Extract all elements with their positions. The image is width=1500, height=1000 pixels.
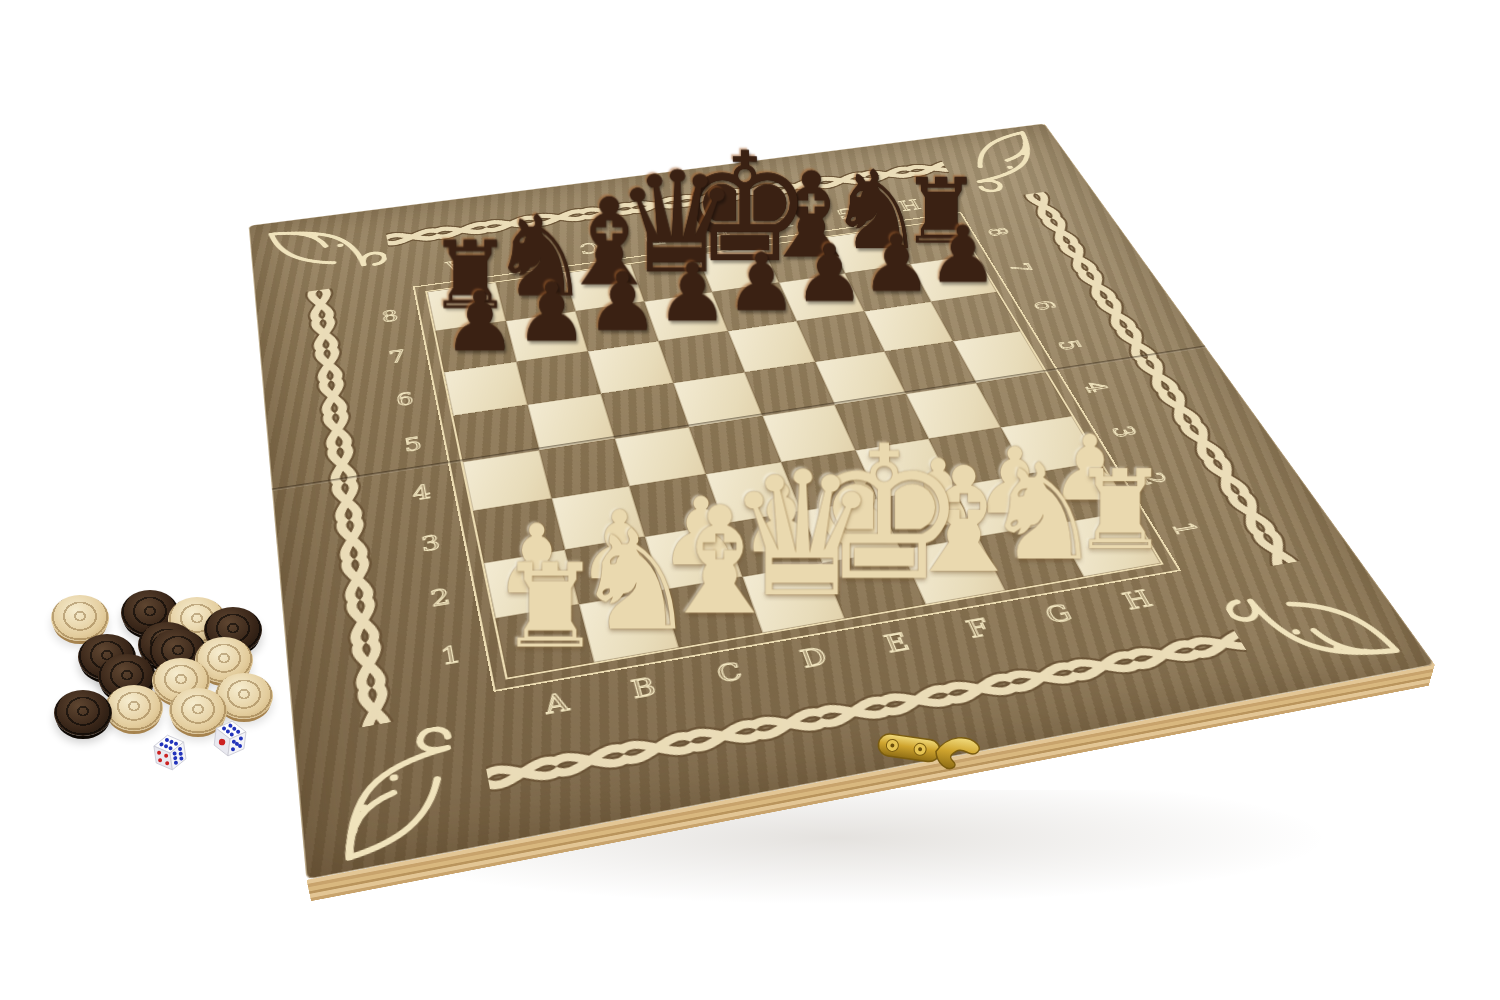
square-a1[interactable]: ♜ (495, 604, 594, 677)
black-pawn-f7[interactable]: ♟ (793, 234, 864, 313)
light-checker-12[interactable] (105, 685, 163, 731)
brass-latch[interactable] (872, 724, 992, 778)
rank-label-left-8: 8 (380, 307, 399, 325)
black-pawn-a7[interactable]: ♟ (443, 281, 517, 363)
black-pawn-h7[interactable]: ♟ (927, 215, 997, 293)
file-label-top-b: B (511, 248, 533, 265)
square-a7[interactable]: ♟ (435, 321, 516, 372)
die-1[interactable] (147, 727, 193, 778)
black-pawn-e7[interactable]: ♟ (725, 243, 797, 323)
die-2[interactable] (207, 714, 252, 765)
folding-chess-board: ♜♞♝♛♚♝♞♜♟♟♟♟♟♟♟♟♟♟♟♟♟♟♟♟♜♞♝♛♚♝♞♜ AA11BB2… (249, 124, 1435, 880)
black-pawn-g7[interactable]: ♟ (861, 224, 932, 303)
scene: ♜♞♝♛♚♝♞♜♟♟♟♟♟♟♟♟♟♟♟♟♟♟♟♟♜♞♝♛♚♝♞♜ AA11BB2… (0, 0, 1500, 1000)
rank-label-left-6: 6 (395, 389, 415, 410)
white-rook-a1[interactable]: ♜ (498, 549, 602, 665)
file-label-top-a: A (444, 257, 465, 275)
dark-checker-14[interactable] (54, 690, 112, 736)
file-label-top-c: C (577, 239, 600, 256)
black-pawn-b7[interactable]: ♟ (515, 272, 588, 354)
rank-label-left-7: 7 (387, 347, 407, 367)
black-pawn-d7[interactable]: ♟ (656, 252, 728, 333)
black-pawn-c7[interactable]: ♟ (586, 262, 659, 343)
square-b6[interactable] (516, 351, 601, 404)
